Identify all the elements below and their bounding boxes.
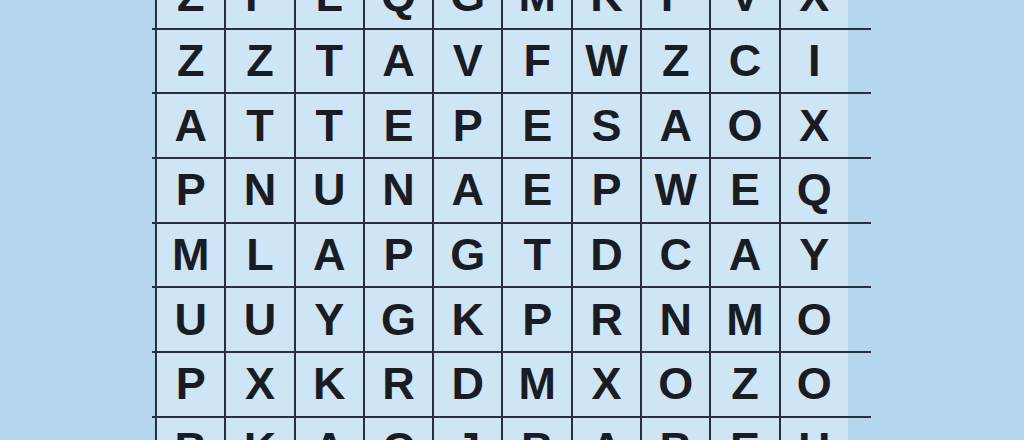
grid-cell[interactable]: C [640, 224, 709, 287]
grid-cell[interactable]: Z [224, 30, 293, 93]
grid-cell[interactable]: Y [294, 288, 363, 351]
grid-cell[interactable]: B [640, 418, 709, 440]
grid-cell[interactable]: X [779, 94, 848, 157]
grid-cell[interactable]: A [432, 159, 501, 222]
grid-cell[interactable]: A [294, 224, 363, 287]
grid-cell[interactable]: S [571, 94, 640, 157]
grid-cell[interactable]: P [640, 0, 709, 28]
grid-cell[interactable]: U [224, 288, 293, 351]
grid-row: ZPLQGMKPVX [152, 0, 871, 30]
grid-cell[interactable]: T [224, 94, 293, 157]
grid-cell[interactable]: N [224, 159, 293, 222]
grid-cell[interactable]: V [432, 30, 501, 93]
grid-cell[interactable]: D [571, 224, 640, 287]
grid-cell[interactable]: M [155, 224, 224, 287]
grid-cell[interactable]: K [432, 288, 501, 351]
grid-cell[interactable]: X [571, 353, 640, 416]
grid-cell[interactable]: O [640, 353, 709, 416]
grid-cell[interactable]: X [224, 353, 293, 416]
grid-cell[interactable]: E [709, 159, 778, 222]
grid-cell[interactable]: U [155, 288, 224, 351]
grid-cell[interactable]: A [294, 418, 363, 440]
grid-cell[interactable]: O [779, 353, 848, 416]
grid-cell[interactable]: K [294, 353, 363, 416]
grid-cell[interactable]: Y [779, 224, 848, 287]
grid-cell[interactable]: A [640, 94, 709, 157]
grid-cell[interactable]: P [155, 159, 224, 222]
grid-cell[interactable]: P [224, 0, 293, 28]
grid-cell[interactable]: A [571, 418, 640, 440]
grid-cell[interactable]: W [640, 159, 709, 222]
grid-cell[interactable]: G [363, 288, 432, 351]
grid-row: PNUNAEPWEQ [152, 159, 871, 224]
grid-cell[interactable]: C [363, 418, 432, 440]
grid-cell[interactable]: T [294, 94, 363, 157]
word-search-board: ZPLQGMKPVXZZTAVFWZCIATTEPESAOXPNUNAEPWEQ… [152, 0, 871, 440]
grid-cell[interactable]: L [294, 0, 363, 28]
grid-cell[interactable]: Z [155, 30, 224, 93]
grid-cell[interactable]: E [363, 94, 432, 157]
grid-cell[interactable]: W [571, 30, 640, 93]
grid-cell[interactable]: D [432, 353, 501, 416]
grid-cell[interactable]: P [155, 353, 224, 416]
grid-cell[interactable]: P [571, 159, 640, 222]
grid-cell[interactable]: C [709, 30, 778, 93]
grid-cell[interactable]: B [501, 418, 570, 440]
grid-cell[interactable]: O [779, 288, 848, 351]
grid-cell[interactable]: M [709, 288, 778, 351]
grid-cell[interactable]: A [709, 224, 778, 287]
grid-cell[interactable]: J [432, 418, 501, 440]
grid-row: PXKRDMXOZO [152, 353, 871, 418]
grid-row: BKACJBABEH [152, 418, 871, 440]
grid-cell[interactable]: K [571, 0, 640, 28]
grid-cell[interactable]: R [571, 288, 640, 351]
grid-cell[interactable]: I [779, 30, 848, 93]
grid-cell[interactable]: P [501, 288, 570, 351]
grid-cell[interactable]: U [294, 159, 363, 222]
grid-cell[interactable]: B [155, 418, 224, 440]
grid-cell[interactable]: G [432, 224, 501, 287]
grid-cell[interactable]: T [294, 30, 363, 93]
grid-cell[interactable]: V [709, 0, 778, 28]
grid-cell[interactable]: M [501, 0, 570, 28]
word-search-grid: ZPLQGMKPVXZZTAVFWZCIATTEPESAOXPNUNAEPWEQ… [152, 0, 871, 440]
grid-cell[interactable]: T [501, 224, 570, 287]
grid-cell[interactable]: A [363, 30, 432, 93]
grid-cell[interactable]: G [432, 0, 501, 28]
grid-row: ATTEPESAOX [152, 94, 871, 159]
grid-cell[interactable]: Z [640, 30, 709, 93]
grid-cell[interactable]: H [779, 418, 848, 440]
grid-cell[interactable]: P [363, 224, 432, 287]
grid-cell[interactable]: M [501, 353, 570, 416]
grid-cell[interactable]: N [640, 288, 709, 351]
grid-cell[interactable]: E [709, 418, 778, 440]
grid-cell[interactable]: P [432, 94, 501, 157]
grid-cell[interactable]: K [224, 418, 293, 440]
grid-cell[interactable]: L [224, 224, 293, 287]
grid-cell[interactable]: Z [155, 0, 224, 28]
grid-cell[interactable]: E [501, 159, 570, 222]
grid-cell[interactable]: N [363, 159, 432, 222]
grid-row: ZZTAVFWZCI [152, 30, 871, 95]
grid-cell[interactable]: E [501, 94, 570, 157]
grid-cell[interactable]: Q [363, 0, 432, 28]
grid-cell[interactable]: Z [709, 353, 778, 416]
grid-cell[interactable]: Q [779, 159, 848, 222]
grid-row: MLAPGTDCAY [152, 224, 871, 289]
grid-cell[interactable]: O [709, 94, 778, 157]
grid-cell[interactable]: R [363, 353, 432, 416]
grid-cell[interactable]: X [779, 0, 848, 28]
grid-cell[interactable]: F [501, 30, 570, 93]
grid-row: UUYGKPRNMO [152, 288, 871, 353]
grid-cell[interactable]: A [155, 94, 224, 157]
